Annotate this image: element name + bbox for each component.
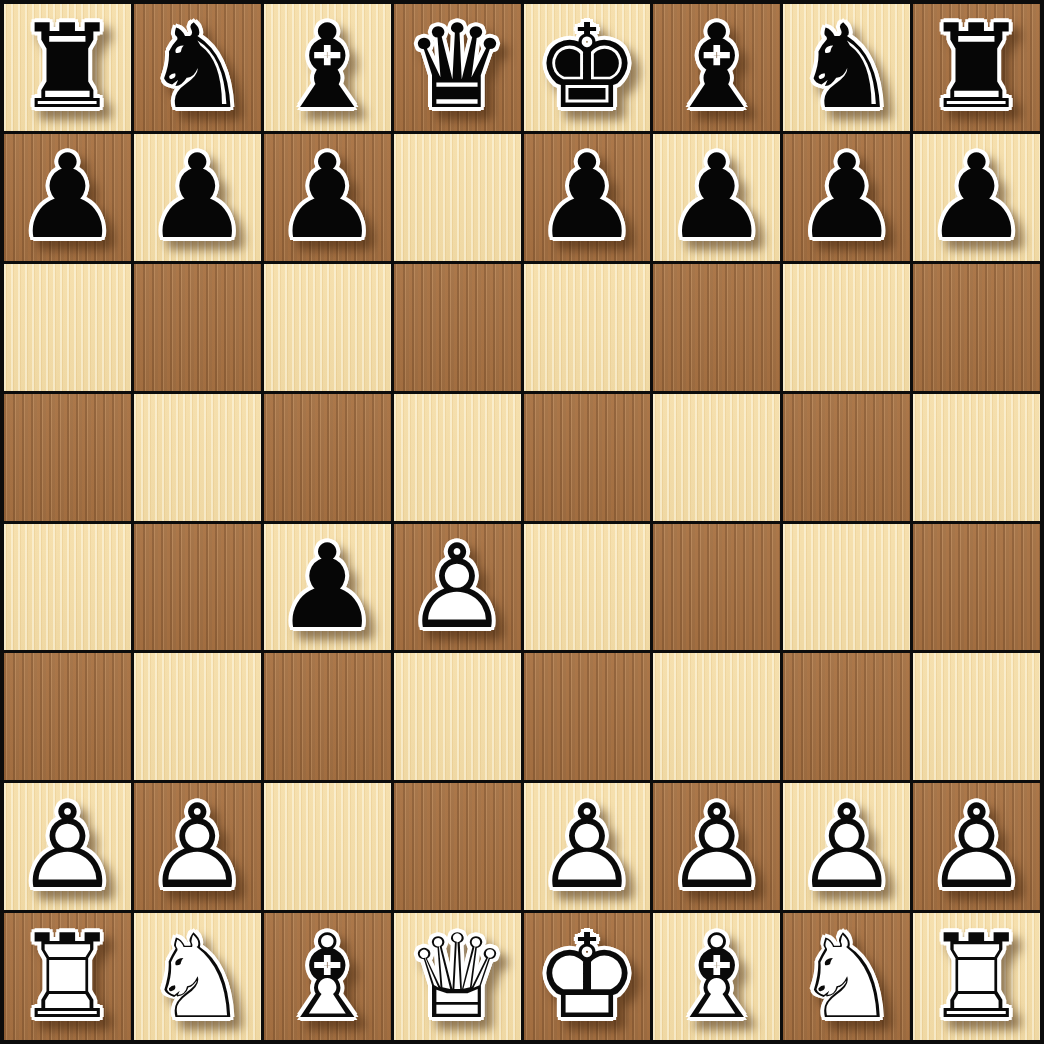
square-d1[interactable]: ♛♕ xyxy=(394,913,521,1040)
square-b6[interactable] xyxy=(134,264,261,391)
square-a4[interactable] xyxy=(4,524,131,651)
black-knight-icon: ♞ xyxy=(783,4,910,131)
white-rook-icon: ♖ xyxy=(4,913,131,1040)
piece-white-knight[interactable]: ♞♘ xyxy=(134,913,261,1040)
piece-white-pawn[interactable]: ♟♙ xyxy=(524,783,651,910)
piece-white-knight[interactable]: ♞♘ xyxy=(783,913,910,1040)
black-knight-icon: ♞ xyxy=(134,4,261,131)
white-pawn-icon: ♙ xyxy=(913,783,1040,910)
square-h2[interactable]: ♟♙ xyxy=(913,783,1040,910)
piece-white-king[interactable]: ♚♔ xyxy=(524,913,651,1040)
square-b1[interactable]: ♞♘ xyxy=(134,913,261,1040)
piece-black-pawn[interactable]: ♟ xyxy=(913,134,1040,261)
piece-black-bishop[interactable]: ♝ xyxy=(264,4,391,131)
black-pawn-icon: ♟ xyxy=(653,134,780,261)
black-bishop-icon: ♝ xyxy=(653,4,780,131)
piece-black-rook[interactable]: ♜ xyxy=(4,4,131,131)
piece-black-pawn[interactable]: ♟ xyxy=(134,134,261,261)
square-f7[interactable]: ♟ xyxy=(653,134,780,261)
square-g7[interactable]: ♟ xyxy=(783,134,910,261)
square-b8[interactable]: ♞ xyxy=(134,4,261,131)
piece-black-pawn[interactable]: ♟ xyxy=(264,134,391,261)
black-rook-icon: ♜ xyxy=(4,4,131,131)
white-pawn-icon: ♙ xyxy=(653,783,780,910)
white-knight-icon: ♘ xyxy=(783,913,910,1040)
black-pawn-icon: ♟ xyxy=(783,134,910,261)
square-a2[interactable]: ♟♙ xyxy=(4,783,131,910)
square-a8[interactable]: ♜ xyxy=(4,4,131,131)
piece-white-pawn[interactable]: ♟♙ xyxy=(913,783,1040,910)
square-f3[interactable] xyxy=(653,653,780,780)
piece-black-pawn[interactable]: ♟ xyxy=(783,134,910,261)
square-a6[interactable] xyxy=(4,264,131,391)
piece-black-pawn[interactable]: ♟ xyxy=(524,134,651,261)
square-c6[interactable] xyxy=(264,264,391,391)
piece-white-pawn[interactable]: ♟♙ xyxy=(134,783,261,910)
white-bishop-icon: ♗ xyxy=(264,913,391,1040)
square-f1[interactable]: ♝♗ xyxy=(653,913,780,1040)
square-f5[interactable] xyxy=(653,394,780,521)
square-f2[interactable]: ♟♙ xyxy=(653,783,780,910)
square-h8[interactable]: ♜ xyxy=(913,4,1040,131)
square-d4[interactable]: ♟♙ xyxy=(394,524,521,651)
piece-black-bishop[interactable]: ♝ xyxy=(653,4,780,131)
black-pawn-icon: ♟ xyxy=(913,134,1040,261)
piece-white-pawn[interactable]: ♟♙ xyxy=(394,524,521,651)
black-king-icon: ♚ xyxy=(524,4,651,131)
piece-black-rook[interactable]: ♜ xyxy=(913,4,1040,131)
square-g5[interactable] xyxy=(783,394,910,521)
square-c8[interactable]: ♝ xyxy=(264,4,391,131)
square-e2[interactable]: ♟♙ xyxy=(524,783,651,910)
square-g6[interactable] xyxy=(783,264,910,391)
white-pawn-icon: ♙ xyxy=(4,783,131,910)
piece-black-king[interactable]: ♚ xyxy=(524,4,651,131)
piece-white-bishop[interactable]: ♝♗ xyxy=(264,913,391,1040)
square-h6[interactable] xyxy=(913,264,1040,391)
square-h7[interactable]: ♟ xyxy=(913,134,1040,261)
square-e5[interactable] xyxy=(524,394,651,521)
black-pawn-icon: ♟ xyxy=(4,134,131,261)
piece-black-pawn[interactable]: ♟ xyxy=(264,524,391,651)
square-e4[interactable] xyxy=(524,524,651,651)
square-a1[interactable]: ♜♖ xyxy=(4,913,131,1040)
black-pawn-icon: ♟ xyxy=(524,134,651,261)
white-king-icon: ♔ xyxy=(524,913,651,1040)
square-g1[interactable]: ♞♘ xyxy=(783,913,910,1040)
square-g3[interactable] xyxy=(783,653,910,780)
square-c2[interactable] xyxy=(264,783,391,910)
square-h3[interactable] xyxy=(913,653,1040,780)
white-pawn-icon: ♙ xyxy=(134,783,261,910)
square-h4[interactable] xyxy=(913,524,1040,651)
piece-white-bishop[interactable]: ♝♗ xyxy=(653,913,780,1040)
white-pawn-icon: ♙ xyxy=(524,783,651,910)
square-b3[interactable] xyxy=(134,653,261,780)
square-g8[interactable]: ♞ xyxy=(783,4,910,131)
square-d5[interactable] xyxy=(394,394,521,521)
square-e1[interactable]: ♚♔ xyxy=(524,913,651,1040)
white-pawn-icon: ♙ xyxy=(783,783,910,910)
square-h5[interactable] xyxy=(913,394,1040,521)
square-b5[interactable] xyxy=(134,394,261,521)
square-c4[interactable]: ♟ xyxy=(264,524,391,651)
piece-black-knight[interactable]: ♞ xyxy=(783,4,910,131)
square-d8[interactable]: ♛ xyxy=(394,4,521,131)
square-b2[interactable]: ♟♙ xyxy=(134,783,261,910)
chess-board: ♜♞♝♛♚♝♞♜♟♟♟♟♟♟♟♟♟♙♟♙♟♙♟♙♟♙♟♙♟♙♜♖♞♘♝♗♛♕♚♔… xyxy=(0,0,1044,1044)
square-c5[interactable] xyxy=(264,394,391,521)
square-c3[interactable] xyxy=(264,653,391,780)
square-e8[interactable]: ♚ xyxy=(524,4,651,131)
square-d3[interactable] xyxy=(394,653,521,780)
square-a3[interactable] xyxy=(4,653,131,780)
black-rook-icon: ♜ xyxy=(913,4,1040,131)
piece-black-pawn[interactable]: ♟ xyxy=(4,134,131,261)
black-queen-icon: ♛ xyxy=(394,4,521,131)
square-f6[interactable] xyxy=(653,264,780,391)
square-d6[interactable] xyxy=(394,264,521,391)
square-e7[interactable]: ♟ xyxy=(524,134,651,261)
piece-white-rook[interactable]: ♜♖ xyxy=(913,913,1040,1040)
piece-black-queen[interactable]: ♛ xyxy=(394,4,521,131)
piece-white-rook[interactable]: ♜♖ xyxy=(4,913,131,1040)
piece-black-knight[interactable]: ♞ xyxy=(134,4,261,131)
square-c7[interactable]: ♟ xyxy=(264,134,391,261)
square-d7[interactable] xyxy=(394,134,521,261)
piece-white-queen[interactable]: ♛♕ xyxy=(394,913,521,1040)
piece-black-pawn[interactable]: ♟ xyxy=(653,134,780,261)
black-pawn-icon: ♟ xyxy=(134,134,261,261)
square-c1[interactable]: ♝♗ xyxy=(264,913,391,1040)
black-pawn-icon: ♟ xyxy=(264,134,391,261)
square-a5[interactable] xyxy=(4,394,131,521)
square-g4[interactable] xyxy=(783,524,910,651)
square-h1[interactable]: ♜♖ xyxy=(913,913,1040,1040)
square-e6[interactable] xyxy=(524,264,651,391)
square-e3[interactable] xyxy=(524,653,651,780)
piece-white-pawn[interactable]: ♟♙ xyxy=(653,783,780,910)
black-bishop-icon: ♝ xyxy=(264,4,391,131)
square-g2[interactable]: ♟♙ xyxy=(783,783,910,910)
piece-white-pawn[interactable]: ♟♙ xyxy=(4,783,131,910)
square-b4[interactable] xyxy=(134,524,261,651)
piece-white-pawn[interactable]: ♟♙ xyxy=(783,783,910,910)
square-f4[interactable] xyxy=(653,524,780,651)
square-d2[interactable] xyxy=(394,783,521,910)
white-queen-icon: ♕ xyxy=(394,913,521,1040)
white-knight-icon: ♘ xyxy=(134,913,261,1040)
square-f8[interactable]: ♝ xyxy=(653,4,780,131)
white-rook-icon: ♖ xyxy=(913,913,1040,1040)
white-pawn-icon: ♙ xyxy=(394,524,521,651)
black-pawn-icon: ♟ xyxy=(264,524,391,651)
square-b7[interactable]: ♟ xyxy=(134,134,261,261)
white-bishop-icon: ♗ xyxy=(653,913,780,1040)
square-a7[interactable]: ♟ xyxy=(4,134,131,261)
